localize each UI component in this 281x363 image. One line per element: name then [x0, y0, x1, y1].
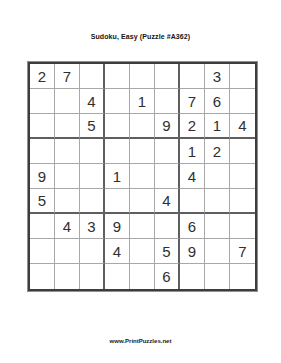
cell-r4c3: [80, 139, 105, 164]
cell-r9c7: [180, 264, 205, 289]
cell-r8c7: 9: [180, 239, 205, 264]
cell-r7c5: [130, 214, 155, 239]
cell-r9c8: [205, 264, 230, 289]
cell-r9c9: [230, 264, 255, 289]
cell-r4c6: [155, 139, 180, 164]
cell-r6c5: [130, 189, 155, 214]
cell-r6c4: [105, 189, 130, 214]
cell-r4c1: [30, 139, 55, 164]
cell-r9c2: [55, 264, 80, 289]
cell-r7c7: 6: [180, 214, 205, 239]
cell-r5c1: 9: [30, 164, 55, 189]
cell-r9c3: [80, 264, 105, 289]
cell-r5c4: 1: [105, 164, 130, 189]
cell-r3c3: 5: [80, 114, 105, 139]
cell-r3c6: 9: [155, 114, 180, 139]
cell-r8c3: [80, 239, 105, 264]
cell-r2c9: [230, 89, 255, 114]
cell-r1c1: 2: [30, 64, 55, 89]
cell-r7c8: [205, 214, 230, 239]
cell-r5c6: [155, 164, 180, 189]
cell-r6c9: [230, 189, 255, 214]
cell-r6c2: [55, 189, 80, 214]
cell-r8c8: [205, 239, 230, 264]
cell-r1c7: [180, 64, 205, 89]
cell-r2c8: 6: [205, 89, 230, 114]
cell-r4c4: [105, 139, 130, 164]
cell-r2c6: [155, 89, 180, 114]
cell-r3c4: [105, 114, 130, 139]
cell-r4c7: 1: [180, 139, 205, 164]
cell-r3c7: 2: [180, 114, 205, 139]
cell-r9c1: [30, 264, 55, 289]
cell-r1c3: [80, 64, 105, 89]
cell-r1c8: 3: [205, 64, 230, 89]
cell-r9c6: 6: [155, 264, 180, 289]
cell-r7c1: [30, 214, 55, 239]
cell-r3c2: [55, 114, 80, 139]
cell-r7c3: 3: [80, 214, 105, 239]
cell-r4c2: [55, 139, 80, 164]
cell-r5c2: [55, 164, 80, 189]
cell-r7c6: [155, 214, 180, 239]
cell-r2c4: [105, 89, 130, 114]
cell-r5c9: [230, 164, 255, 189]
cell-r8c5: [130, 239, 155, 264]
cell-r6c6: 4: [155, 189, 180, 214]
cell-r1c4: [105, 64, 130, 89]
cell-r1c2: 7: [55, 64, 80, 89]
cell-r3c5: [130, 114, 155, 139]
cell-r9c4: [105, 264, 130, 289]
cell-r1c5: [130, 64, 155, 89]
cell-r4c8: 2: [205, 139, 230, 164]
cell-r5c7: 4: [180, 164, 205, 189]
cell-r6c7: [180, 189, 205, 214]
sudoku-grid: 2734176592141291454439645976: [30, 64, 255, 289]
site-credit: www.PrintPuzzles.net: [0, 338, 281, 344]
cell-r1c9: [230, 64, 255, 89]
sudoku-board: 2734176592141291454439645976: [28, 62, 257, 291]
cell-r9c5: [130, 264, 155, 289]
cell-r5c3: [80, 164, 105, 189]
cell-r4c5: [130, 139, 155, 164]
cell-r6c1: 5: [30, 189, 55, 214]
cell-r7c9: [230, 214, 255, 239]
cell-r3c1: [30, 114, 55, 139]
puzzle-title: Sudoku, Easy (Puzzle #A362): [0, 33, 281, 40]
cell-r5c5: [130, 164, 155, 189]
cell-r6c3: [80, 189, 105, 214]
cell-r4c9: [230, 139, 255, 164]
cell-r8c1: [30, 239, 55, 264]
cell-r2c5: 1: [130, 89, 155, 114]
cell-r3c9: 4: [230, 114, 255, 139]
cell-r2c2: [55, 89, 80, 114]
cell-r8c2: [55, 239, 80, 264]
cell-r6c8: [205, 189, 230, 214]
cell-r2c3: 4: [80, 89, 105, 114]
cell-r2c7: 7: [180, 89, 205, 114]
cell-r5c8: [205, 164, 230, 189]
cell-r7c4: 9: [105, 214, 130, 239]
printable-sudoku-page: Sudoku, Easy (Puzzle #A362) 273417659214…: [0, 0, 281, 363]
cell-r8c4: 4: [105, 239, 130, 264]
cell-r8c6: 5: [155, 239, 180, 264]
cell-r3c8: 1: [205, 114, 230, 139]
cell-r8c9: 7: [230, 239, 255, 264]
cell-r7c2: 4: [55, 214, 80, 239]
cell-r1c6: [155, 64, 180, 89]
cell-r2c1: [30, 89, 55, 114]
